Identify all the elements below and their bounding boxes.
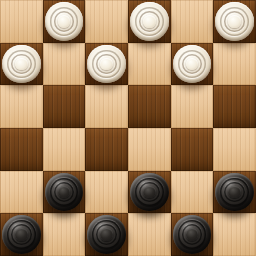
checkers-board (0, 0, 256, 256)
square-r0-c2-light[interactable] (85, 0, 128, 43)
square-r4-c1-dark[interactable] (43, 171, 86, 214)
black-checker-piece[interactable] (173, 215, 212, 254)
square-r4-c5-dark[interactable] (213, 171, 256, 214)
piece-center-dome (15, 228, 28, 241)
square-r1-c2-dark[interactable] (85, 43, 128, 86)
square-r4-c3-dark[interactable] (128, 171, 171, 214)
square-r2-c0-light[interactable] (0, 85, 43, 128)
square-r0-c3-dark[interactable] (128, 0, 171, 43)
checkers-board-screen (0, 0, 256, 256)
square-r0-c4-light[interactable] (171, 0, 214, 43)
square-r0-c1-dark[interactable] (43, 0, 86, 43)
square-r4-c4-light[interactable] (171, 171, 214, 214)
square-r5-c1-light[interactable] (43, 213, 86, 256)
white-checker-piece[interactable] (45, 2, 84, 41)
square-r2-c5-dark[interactable] (213, 85, 256, 128)
square-r1-c5-light[interactable] (213, 43, 256, 86)
black-checker-piece[interactable] (2, 215, 41, 254)
square-r5-c3-light[interactable] (128, 213, 171, 256)
square-r3-c4-dark[interactable] (171, 128, 214, 171)
black-checker-piece[interactable] (130, 173, 169, 212)
square-r1-c4-dark[interactable] (171, 43, 214, 86)
white-checker-piece[interactable] (2, 45, 41, 84)
square-r5-c0-dark[interactable] (0, 213, 43, 256)
black-checker-piece[interactable] (45, 173, 84, 212)
white-checker-piece[interactable] (130, 2, 169, 41)
square-r1-c3-light[interactable] (128, 43, 171, 86)
square-r4-c2-light[interactable] (85, 171, 128, 214)
white-checker-piece[interactable] (215, 2, 254, 41)
square-r1-c0-dark[interactable] (0, 43, 43, 86)
square-r2-c2-light[interactable] (85, 85, 128, 128)
square-r3-c2-dark[interactable] (85, 128, 128, 171)
piece-center-dome (228, 15, 241, 28)
piece-center-dome (143, 186, 156, 199)
piece-center-dome (100, 228, 113, 241)
square-r3-c3-light[interactable] (128, 128, 171, 171)
square-r1-c1-light[interactable] (43, 43, 86, 86)
square-r2-c1-dark[interactable] (43, 85, 86, 128)
white-checker-piece[interactable] (173, 45, 212, 84)
square-r5-c5-light[interactable] (213, 213, 256, 256)
square-r3-c1-light[interactable] (43, 128, 86, 171)
piece-center-dome (143, 15, 156, 28)
black-checker-piece[interactable] (87, 215, 126, 254)
square-r0-c5-dark[interactable] (213, 0, 256, 43)
piece-center-dome (15, 58, 28, 71)
square-r2-c3-dark[interactable] (128, 85, 171, 128)
square-r0-c0-light[interactable] (0, 0, 43, 43)
square-r5-c4-dark[interactable] (171, 213, 214, 256)
piece-center-dome (58, 15, 71, 28)
square-r3-c5-light[interactable] (213, 128, 256, 171)
square-r5-c2-dark[interactable] (85, 213, 128, 256)
white-checker-piece[interactable] (87, 45, 126, 84)
black-checker-piece[interactable] (215, 173, 254, 212)
square-r4-c0-light[interactable] (0, 171, 43, 214)
square-r3-c0-dark[interactable] (0, 128, 43, 171)
square-r2-c4-light[interactable] (171, 85, 214, 128)
